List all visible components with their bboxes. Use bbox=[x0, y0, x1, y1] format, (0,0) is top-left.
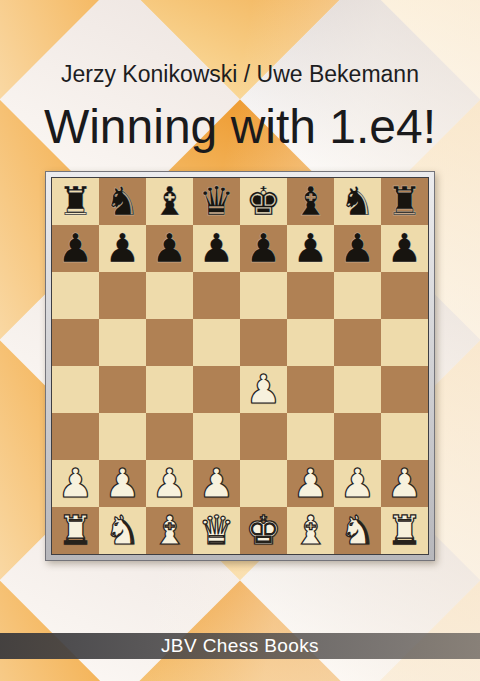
piece-white-knight: ♞ bbox=[340, 510, 376, 550]
square-d5 bbox=[193, 319, 240, 366]
piece-white-pawn: ♟ bbox=[199, 463, 235, 503]
square-a7: ♟ bbox=[52, 225, 99, 272]
piece-white-pawn: ♟ bbox=[152, 463, 188, 503]
piece-white-rook: ♜ bbox=[58, 510, 94, 550]
square-f5 bbox=[287, 319, 334, 366]
square-f2: ♟ bbox=[287, 460, 334, 507]
square-c7: ♟ bbox=[146, 225, 193, 272]
square-h6 bbox=[381, 272, 428, 319]
square-f1: ♝ bbox=[287, 507, 334, 554]
square-a5 bbox=[52, 319, 99, 366]
piece-black-pawn: ♟ bbox=[340, 228, 376, 268]
square-g8: ♞ bbox=[334, 178, 381, 225]
square-g3 bbox=[334, 413, 381, 460]
piece-black-pawn: ♟ bbox=[105, 228, 141, 268]
square-a3 bbox=[52, 413, 99, 460]
piece-black-knight: ♞ bbox=[105, 181, 141, 221]
square-f8: ♝ bbox=[287, 178, 334, 225]
square-h1: ♜ bbox=[381, 507, 428, 554]
publisher-label: JBV Chess Books bbox=[161, 635, 319, 657]
piece-black-bishop: ♝ bbox=[293, 181, 329, 221]
piece-black-knight: ♞ bbox=[340, 181, 376, 221]
square-h4 bbox=[381, 366, 428, 413]
square-e2 bbox=[240, 460, 287, 507]
piece-white-pawn: ♟ bbox=[246, 369, 282, 409]
piece-black-pawn: ♟ bbox=[293, 228, 329, 268]
square-b4 bbox=[99, 366, 146, 413]
square-b8: ♞ bbox=[99, 178, 146, 225]
book-title: Winning with 1.e4! bbox=[0, 99, 480, 154]
piece-black-pawn: ♟ bbox=[199, 228, 235, 268]
square-g2: ♟ bbox=[334, 460, 381, 507]
piece-white-pawn: ♟ bbox=[340, 463, 376, 503]
piece-black-pawn: ♟ bbox=[246, 228, 282, 268]
square-a8: ♜ bbox=[52, 178, 99, 225]
piece-white-bishop: ♝ bbox=[293, 510, 329, 550]
square-b5 bbox=[99, 319, 146, 366]
publisher-band: JBV Chess Books bbox=[0, 633, 480, 659]
square-b3 bbox=[99, 413, 146, 460]
square-a2: ♟ bbox=[52, 460, 99, 507]
square-d2: ♟ bbox=[193, 460, 240, 507]
square-e5 bbox=[240, 319, 287, 366]
square-f4 bbox=[287, 366, 334, 413]
square-d3 bbox=[193, 413, 240, 460]
square-c6 bbox=[146, 272, 193, 319]
square-a1: ♜ bbox=[52, 507, 99, 554]
square-d8: ♛ bbox=[193, 178, 240, 225]
piece-white-pawn: ♟ bbox=[387, 463, 423, 503]
square-g7: ♟ bbox=[334, 225, 381, 272]
piece-black-bishop: ♝ bbox=[152, 181, 188, 221]
square-d1: ♛ bbox=[193, 507, 240, 554]
square-e6 bbox=[240, 272, 287, 319]
square-f6 bbox=[287, 272, 334, 319]
piece-black-king: ♚ bbox=[246, 181, 282, 221]
square-c5 bbox=[146, 319, 193, 366]
piece-black-rook: ♜ bbox=[58, 181, 94, 221]
square-h2: ♟ bbox=[381, 460, 428, 507]
square-h8: ♜ bbox=[381, 178, 428, 225]
square-c2: ♟ bbox=[146, 460, 193, 507]
square-g5 bbox=[334, 319, 381, 366]
square-e4: ♟ bbox=[240, 366, 287, 413]
piece-black-pawn: ♟ bbox=[387, 228, 423, 268]
piece-black-pawn: ♟ bbox=[152, 228, 188, 268]
square-g6 bbox=[334, 272, 381, 319]
piece-white-pawn: ♟ bbox=[105, 463, 141, 503]
square-f3 bbox=[287, 413, 334, 460]
square-b7: ♟ bbox=[99, 225, 146, 272]
square-c3 bbox=[146, 413, 193, 460]
piece-white-pawn: ♟ bbox=[293, 463, 329, 503]
square-c4 bbox=[146, 366, 193, 413]
square-d6 bbox=[193, 272, 240, 319]
square-d4 bbox=[193, 366, 240, 413]
square-c1: ♝ bbox=[146, 507, 193, 554]
square-b6 bbox=[99, 272, 146, 319]
square-h5 bbox=[381, 319, 428, 366]
square-c8: ♝ bbox=[146, 178, 193, 225]
square-b2: ♟ bbox=[99, 460, 146, 507]
square-a6 bbox=[52, 272, 99, 319]
square-h3 bbox=[381, 413, 428, 460]
piece-white-pawn: ♟ bbox=[58, 463, 94, 503]
square-a4 bbox=[52, 366, 99, 413]
square-g1: ♞ bbox=[334, 507, 381, 554]
square-e7: ♟ bbox=[240, 225, 287, 272]
piece-white-queen: ♛ bbox=[199, 510, 235, 550]
piece-white-bishop: ♝ bbox=[152, 510, 188, 550]
piece-black-pawn: ♟ bbox=[58, 228, 94, 268]
square-e3 bbox=[240, 413, 287, 460]
square-e8: ♚ bbox=[240, 178, 287, 225]
square-f7: ♟ bbox=[287, 225, 334, 272]
authors-line: Jerzy Konikowski / Uwe Bekemann bbox=[0, 61, 480, 88]
book-cover: Jerzy Konikowski / Uwe Bekemann Winning … bbox=[0, 0, 480, 681]
piece-black-queen: ♛ bbox=[199, 181, 235, 221]
square-e1: ♚ bbox=[240, 507, 287, 554]
piece-black-rook: ♜ bbox=[387, 181, 423, 221]
piece-white-rook: ♜ bbox=[387, 510, 423, 550]
square-d7: ♟ bbox=[193, 225, 240, 272]
piece-white-knight: ♞ bbox=[105, 510, 141, 550]
square-b1: ♞ bbox=[99, 507, 146, 554]
square-h7: ♟ bbox=[381, 225, 428, 272]
piece-white-king: ♚ bbox=[246, 510, 282, 550]
chess-board-frame: ♜♞♝♛♚♝♞♜♟♟♟♟♟♟♟♟♟♟♟♟♟♟♟♟♜♞♝♛♚♝♞♜ bbox=[45, 171, 435, 561]
chess-board: ♜♞♝♛♚♝♞♜♟♟♟♟♟♟♟♟♟♟♟♟♟♟♟♟♜♞♝♛♚♝♞♜ bbox=[51, 177, 429, 555]
square-g4 bbox=[334, 366, 381, 413]
